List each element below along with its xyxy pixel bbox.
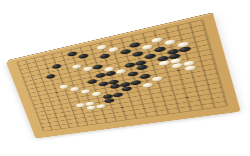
stone-white [75,103,85,108]
stone-black [127,71,139,77]
stone-black [112,92,123,98]
photo-background [0,0,250,156]
stone-black [124,62,136,68]
stone-white [142,82,154,88]
stone-black [120,49,132,56]
stone-white [164,39,177,46]
stone-black [78,53,89,59]
stone-black [46,74,56,80]
stone-white [96,44,107,50]
board-grid [9,13,238,135]
stone-white [80,89,91,95]
go-board[interactable] [8,12,240,135]
stone-white [59,84,69,90]
stone-black [120,82,131,88]
stone-white [82,66,93,72]
stone-white [71,64,82,70]
stone-black [144,53,156,60]
stone-black [132,51,144,58]
stone-white [86,105,97,110]
stone-black [130,80,142,86]
stone-black [92,64,103,70]
stone-white [141,44,153,51]
stone-black [154,46,166,53]
stone-white [91,91,102,97]
stone-black [108,79,119,85]
stone-white [108,46,120,53]
stone-white [96,104,107,109]
stone-white [151,37,164,44]
stone-white [85,101,96,106]
stone-white [70,86,80,92]
stone-black [129,42,141,49]
stone-white [151,76,163,82]
stone-black [139,73,151,79]
stone-white [115,68,127,74]
stone-black [95,72,106,78]
stone-black [67,51,78,57]
stone-black [52,63,62,69]
stone-black [98,81,109,87]
stone-black [87,79,98,85]
stones [40,26,205,115]
stone-black [102,94,113,100]
stone-black [99,53,110,59]
